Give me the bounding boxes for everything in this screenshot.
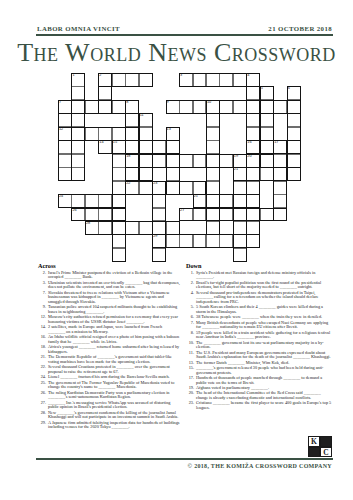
- grid-cell: [246, 127, 260, 141]
- grid-cell: [193, 208, 207, 222]
- grid-cell: [287, 100, 301, 114]
- grid-cell: [206, 154, 220, 168]
- clue-item: 27.________ Inc.'s messaging service Wha…: [38, 401, 180, 410]
- grid-cell: [206, 181, 220, 195]
- clue-item: 18.Africa's youngest ________ returned h…: [38, 345, 180, 354]
- grid-cell: [287, 113, 301, 127]
- clue-text: The ruling Kurdistan Democratic Party wo…: [48, 391, 180, 400]
- down-clues-column: Down 1.Syria's President met Russian for…: [186, 262, 332, 411]
- clue-text: The Democratic Republic of ________'s go…: [48, 355, 180, 364]
- cell-number: 16: [247, 140, 251, 145]
- cell-number: 23: [153, 181, 157, 186]
- grid-cell: [219, 208, 233, 222]
- clue-number: 20.: [186, 391, 196, 400]
- cell-number: 28: [86, 221, 90, 226]
- clue-number: 16.: [38, 335, 48, 344]
- grid-cell: [71, 100, 85, 114]
- grid-cell: [112, 221, 126, 235]
- clue-item: 11.The U.S. President and many European …: [186, 351, 332, 360]
- clue-text: Israel's Prime Minister postponed the ev…: [48, 271, 180, 280]
- down-heading: Down: [186, 262, 332, 269]
- masthead-date: 21 OCTOBER 2018: [268, 25, 332, 32]
- grid-cell: [179, 154, 193, 168]
- grid-cell: [125, 113, 139, 127]
- grid-cell: [85, 127, 99, 141]
- cell-number: 10: [207, 100, 211, 105]
- clue-text: Cristiano ________ became the first play…: [196, 401, 332, 410]
- grid-cell: [179, 100, 193, 114]
- clue-text: Several thousand pro-independence demons…: [196, 291, 332, 305]
- clue-item: 12.Moscow's city authorities refused per…: [38, 315, 180, 324]
- cell-number: 15: [113, 140, 117, 145]
- across-clues-column: Across 2.Israel's Prime Minister postpon…: [38, 262, 180, 431]
- grid-cell: [219, 234, 233, 248]
- clue-item: 9.Tanzanian police arrested 104 suspecte…: [38, 305, 180, 314]
- clue-number: 12.: [38, 315, 48, 324]
- clue-number: 7.: [186, 321, 196, 330]
- clue-item: 25.The government of The Former Yugoslav…: [38, 381, 180, 390]
- clue-number: 9.: [38, 305, 48, 314]
- grid-cell: [71, 127, 85, 141]
- grid-cell: [233, 181, 247, 195]
- grid-cell: [152, 208, 166, 222]
- page-title: The World News Crossword: [0, 38, 353, 68]
- cell-number: 11: [140, 113, 144, 118]
- grid-cell: [206, 234, 220, 248]
- grid-cell: [58, 140, 72, 154]
- grid-cell: [71, 140, 85, 154]
- grid-cell: [219, 73, 233, 87]
- cell-number: 22: [126, 181, 130, 186]
- cell-number: 3: [180, 73, 182, 78]
- grid-cell: [112, 248, 126, 262]
- clue-number: 2.: [186, 281, 196, 290]
- clue-text: Slovakia threatened to freeze relations …: [48, 291, 180, 305]
- grid-cell: [139, 140, 153, 154]
- grid-cell: [112, 208, 126, 222]
- cell-number: 9: [167, 100, 169, 105]
- grid-cell: [112, 167, 126, 181]
- grid-cell: [58, 113, 72, 127]
- clue-number: 23.: [186, 401, 196, 410]
- grid-cell: [246, 221, 260, 235]
- header-rule: [36, 34, 333, 36]
- across-clue-list: 2.Israel's Prime Minister postponed the …: [38, 271, 180, 430]
- grid-cell: [273, 100, 287, 114]
- grid-cell: [58, 154, 72, 168]
- grid-cell: [71, 154, 85, 168]
- grid-cell: [71, 113, 85, 127]
- grid-cell: [166, 154, 180, 168]
- clue-number: 26.: [38, 391, 48, 400]
- clue-item: 10.The ________ government lost its one-…: [186, 341, 332, 350]
- clue-number: 28.: [38, 411, 48, 420]
- clue-number: 7.: [38, 291, 48, 305]
- grid-cell: [287, 127, 301, 141]
- clue-number: 4.: [186, 291, 196, 305]
- grid-cell: [273, 194, 287, 208]
- grid-cell: [112, 234, 126, 248]
- grid-cell: [71, 167, 85, 181]
- grid-cell: [246, 208, 260, 222]
- cell-number: 1: [72, 73, 74, 78]
- clue-number: 27.: [38, 401, 48, 410]
- logo-cell-c: C: [320, 447, 332, 458]
- grid-cell: [125, 167, 139, 181]
- clue-text: A Japanese firm admitted falsifying insp…: [48, 421, 180, 430]
- clue-number: 8.: [186, 331, 196, 340]
- clue-text: Hundreds of thousands of people marched …: [196, 376, 332, 385]
- clue-number: 15.: [186, 366, 196, 375]
- grid-cell: [125, 140, 139, 154]
- clue-number: 2.: [38, 271, 48, 280]
- clue-number: 25.: [38, 381, 48, 390]
- cell-number: 14: [99, 140, 103, 145]
- grid-cell: [139, 127, 153, 141]
- clue-text: ________ Inc.'s messaging service WhatsA…: [48, 401, 180, 410]
- copyright-text: © 2018, THE KOMIŽA CROSSWORD COMPANY: [188, 463, 332, 469]
- grid-cell: [152, 248, 166, 262]
- clue-item: 14.2 satellites, made in Europe and Japa…: [38, 325, 180, 334]
- cell-number: 17: [274, 140, 278, 145]
- grid-cell: [166, 140, 180, 154]
- clue-number: 14.: [38, 325, 48, 334]
- cell-number: 24: [59, 194, 63, 199]
- cell-number: 12: [59, 127, 63, 132]
- newspaper-crossword-page: { "header": { "motto": "LABOR OMNIA VINC…: [0, 0, 353, 500]
- grid-cell: [246, 113, 260, 127]
- clue-item: 28.New ________'s government condemned t…: [38, 411, 180, 420]
- clue-item: 8.59 people were killed in a train accid…: [186, 331, 332, 340]
- grid-cell: [98, 86, 112, 100]
- grid-cell: [179, 234, 193, 248]
- cell-number: 4: [247, 73, 249, 78]
- grid-cell: [206, 221, 220, 235]
- clue-text: 59 people were killed in a train acciden…: [196, 331, 332, 340]
- clue-item: 7.Many British descendants of people who…: [186, 321, 332, 330]
- grid-cell: [139, 154, 153, 168]
- grid-cell: [58, 167, 72, 181]
- clue-item: 17.Hundreds of thousands of people march…: [186, 376, 332, 385]
- clue-item: 26.The ruling Kurdistan Democratic Party…: [38, 391, 180, 400]
- clue-number: 21.: [38, 355, 48, 364]
- grid-cell: [85, 194, 99, 208]
- clue-number: 29.: [38, 421, 48, 430]
- grid-cell: [233, 221, 247, 235]
- clue-text: ________'s government released 30 people…: [196, 366, 332, 375]
- masthead-motto: LABOR OMNIA VINCIT: [37, 25, 120, 32]
- grid-cell: [246, 167, 260, 181]
- grid-cell: [246, 86, 260, 100]
- grid-cell: [85, 208, 99, 222]
- grid-cell: [98, 100, 112, 114]
- grid-cell: [233, 248, 247, 262]
- grid-cell: [112, 100, 126, 114]
- grid-cell: [219, 194, 233, 208]
- clue-number: 3.: [38, 281, 48, 290]
- grid-cell: [233, 73, 247, 87]
- grid-cell: [233, 208, 247, 222]
- grid-cell: [273, 167, 287, 181]
- clue-number: 18.: [38, 345, 48, 354]
- cell-number: 2: [99, 73, 101, 78]
- grid-cell: [193, 73, 207, 87]
- grid-cell: [125, 221, 139, 235]
- clue-text: An Idaho wildlife official resigned over…: [48, 335, 180, 344]
- grid-cell: [139, 73, 153, 87]
- cell-number: 5: [261, 86, 263, 91]
- clue-text: Ukrainian scientists invented an eco-fri…: [48, 281, 180, 290]
- clue-text: 5 South Korean climbers and their 4 ____…: [196, 305, 332, 314]
- grid-cell: [206, 167, 220, 181]
- grid-cell: [193, 154, 207, 168]
- grid-cell: [260, 140, 274, 154]
- clue-number: 1.: [186, 271, 196, 280]
- clue-item: 21.The Democratic Republic of ________'s…: [38, 355, 180, 364]
- grid-cell: [98, 221, 112, 235]
- clue-item: 29.A Japanese firm admitted falsifying i…: [38, 421, 180, 430]
- clue-item: 3.Ukrainian scientists invented an eco-f…: [38, 281, 180, 290]
- clue-number: 5.: [186, 305, 196, 314]
- clue-text: Several thousand Croatians protested in …: [48, 365, 180, 374]
- logo-cell-k: K: [308, 436, 320, 447]
- clue-item: 2.Brazil's far-right populist politician…: [186, 281, 332, 290]
- across-heading: Across: [38, 262, 180, 269]
- cell-number: 21: [234, 167, 238, 172]
- footer-rule: [36, 458, 333, 460]
- grid-cell: [71, 194, 85, 208]
- grid-cell: [206, 140, 220, 154]
- clue-item: 23.Cristiano ________ became the first p…: [186, 401, 332, 410]
- clue-item: 1.Syria's President met Russian foreign …: [186, 271, 332, 280]
- clue-text: The government of The Former Yugoslav Re…: [48, 381, 180, 390]
- grid-cell: [246, 100, 260, 114]
- grid-cell: [206, 194, 220, 208]
- clue-text: The ________ government lost its one-sea…: [196, 341, 332, 350]
- clue-text: Brazil's far-right populist politician w…: [196, 281, 332, 290]
- clue-item: 7.Slovakia threatened to freeze relation…: [38, 291, 180, 305]
- grid-cell: [98, 194, 112, 208]
- grid-cell: [193, 100, 207, 114]
- grid-cell: [246, 234, 260, 248]
- grid-cell: [152, 140, 166, 154]
- grid-cell: [85, 100, 99, 114]
- grid-cell: [233, 234, 247, 248]
- grid-cell: [152, 221, 166, 235]
- grid-cell: [260, 154, 274, 168]
- grid-cell: [112, 154, 126, 168]
- cell-number: 7: [59, 100, 61, 105]
- cell-number: 13: [167, 127, 171, 132]
- clue-item: 16.An Idaho wildlife official resigned o…: [38, 335, 180, 344]
- kc-logo: K C: [308, 436, 332, 457]
- clue-item: 5.5 South Korean climbers and their 4 __…: [186, 305, 332, 314]
- grid-cell: [166, 221, 180, 235]
- grid-cell: [219, 100, 233, 114]
- clue-text: New ________'s government condemned the …: [48, 411, 180, 420]
- grid-cell: [166, 234, 180, 248]
- grid-cell: [71, 86, 85, 100]
- cell-number: 29: [153, 234, 157, 239]
- grid-cell: [260, 100, 274, 114]
- logo-cell-dark-2: [308, 447, 320, 458]
- grid-cell: [125, 127, 139, 141]
- cell-number: 26: [72, 208, 76, 213]
- grid-cell: [125, 73, 139, 87]
- clue-number: 11.: [186, 351, 196, 360]
- grid-cell: [179, 181, 193, 195]
- grid-cell: [260, 208, 274, 222]
- grid-cell: [260, 113, 274, 127]
- grid-cell: [193, 234, 207, 248]
- grid-cell: [233, 194, 247, 208]
- clue-item: 22.Several thousand Croatians protested …: [38, 365, 180, 374]
- grid-cell: [260, 127, 274, 141]
- clue-text: 2 satellites, made in Europe and Japan, …: [48, 325, 180, 334]
- grid-cell: [112, 127, 126, 141]
- grid-cell: [139, 181, 153, 195]
- clue-text: Moscow's city authorities refused permis…: [48, 315, 180, 324]
- cell-number: 27: [180, 208, 184, 213]
- cell-number: 25: [194, 194, 198, 199]
- grid-cell: [112, 194, 126, 208]
- grid-cell: [139, 167, 153, 181]
- grid-cell: [152, 194, 166, 208]
- clue-item: 2.Israel's Prime Minister postponed the …: [38, 271, 180, 280]
- clue-number: 10.: [186, 341, 196, 350]
- cell-number: 8: [126, 100, 128, 105]
- clue-item: 4.Several thousand pro-independence demo…: [186, 291, 332, 305]
- grid-cell: [166, 167, 180, 181]
- grid-cell: [206, 113, 220, 127]
- clue-text: Many British descendants of people who e…: [196, 321, 332, 330]
- grid-cell: [112, 181, 126, 195]
- grid-cell: [233, 100, 247, 114]
- clue-item: 15.________'s government released 30 peo…: [186, 366, 332, 375]
- grid-cell: [206, 127, 220, 141]
- clue-text: Tanzanian police arrested 104 suspected …: [48, 305, 180, 314]
- grid-cell: [287, 154, 301, 168]
- grid-cell: [112, 73, 126, 87]
- clue-number: 22.: [38, 365, 48, 374]
- grid-cell: [260, 167, 274, 181]
- grid-cell: [246, 181, 260, 195]
- grid-cell: [166, 181, 180, 195]
- grid-cell: [273, 154, 287, 168]
- grid-cell: [152, 154, 166, 168]
- grid-cell: [193, 181, 207, 195]
- clue-item: 20.The head of the International Committ…: [186, 391, 332, 400]
- cell-number: 20: [247, 154, 251, 159]
- grid-cell: [287, 140, 301, 154]
- grid-cell: [219, 154, 233, 168]
- grid-cell: [98, 127, 112, 141]
- logo-cell-dark-1: [320, 436, 332, 447]
- grid-cell: [98, 208, 112, 222]
- grid-cell: [206, 73, 220, 87]
- grid-cell: [287, 167, 301, 181]
- clue-text: Africa's youngest ________ returned home…: [48, 345, 180, 354]
- grid-cell: [246, 194, 260, 208]
- clue-text: The U.S. President and many European gov…: [196, 351, 332, 360]
- grid-cell: [273, 181, 287, 195]
- cell-number: 19: [234, 154, 238, 159]
- grid-cell: [139, 221, 153, 235]
- grid-cell: [273, 208, 287, 222]
- grid-cell: [206, 208, 220, 222]
- clue-number: 17.: [186, 376, 196, 385]
- clue-text: Syria's President met Russian foreign an…: [196, 271, 332, 280]
- clue-text: The head of the International Committee …: [196, 391, 332, 400]
- down-clue-list: 1.Syria's President met Russian foreign …: [186, 271, 332, 411]
- cell-number: 6: [288, 86, 290, 91]
- cell-number: 18: [126, 154, 130, 159]
